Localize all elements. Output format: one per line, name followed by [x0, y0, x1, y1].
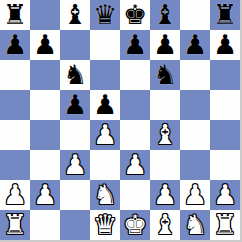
square-c1[interactable]: [60, 210, 90, 240]
white-knight[interactable]: ♞: [183, 211, 207, 238]
square-a3[interactable]: [0, 150, 30, 180]
square-e7[interactable]: ♟: [120, 30, 150, 60]
square-g6[interactable]: [180, 60, 210, 90]
black-pawn[interactable]: ♟: [153, 31, 177, 58]
square-c2[interactable]: [60, 180, 90, 210]
square-b7[interactable]: ♟: [30, 30, 60, 60]
chess-board: ♜♝♛♚♝♜♟♟♟♟♟♟♞♞♟♟♟♝♟♟♟♟♞♟♟♟♜♛♚♝♞♜: [0, 0, 240, 240]
black-pawn[interactable]: ♟: [33, 31, 57, 58]
square-d8[interactable]: ♛: [90, 0, 120, 30]
square-f3[interactable]: [150, 150, 180, 180]
white-bishop[interactable]: ♝: [153, 211, 177, 238]
square-g7[interactable]: ♟: [180, 30, 210, 60]
square-h8[interactable]: ♜: [210, 0, 240, 30]
black-pawn[interactable]: ♟: [93, 91, 117, 118]
chess-board-frame: ♜♝♛♚♝♜♟♟♟♟♟♟♞♞♟♟♟♝♟♟♟♟♞♟♟♟♜♛♚♝♞♜: [0, 0, 242, 242]
square-h6[interactable]: [210, 60, 240, 90]
black-queen[interactable]: ♛: [93, 1, 117, 28]
square-e1[interactable]: ♚: [120, 210, 150, 240]
square-c7[interactable]: [60, 30, 90, 60]
square-a1[interactable]: ♜: [0, 210, 30, 240]
square-d5[interactable]: ♟: [90, 90, 120, 120]
black-pawn[interactable]: ♟: [123, 31, 147, 58]
square-d1[interactable]: ♛: [90, 210, 120, 240]
white-bishop[interactable]: ♝: [153, 121, 177, 148]
square-g3[interactable]: [180, 150, 210, 180]
square-b8[interactable]: [30, 0, 60, 30]
square-g5[interactable]: [180, 90, 210, 120]
square-b5[interactable]: [30, 90, 60, 120]
square-h3[interactable]: [210, 150, 240, 180]
square-f2[interactable]: ♟: [150, 180, 180, 210]
black-pawn[interactable]: ♟: [3, 31, 27, 58]
square-c6[interactable]: ♞: [60, 60, 90, 90]
square-e4[interactable]: [120, 120, 150, 150]
black-knight[interactable]: ♞: [63, 61, 87, 88]
square-f7[interactable]: ♟: [150, 30, 180, 60]
square-c8[interactable]: ♝: [60, 0, 90, 30]
square-f5[interactable]: [150, 90, 180, 120]
white-queen[interactable]: ♛: [93, 211, 117, 238]
square-a8[interactable]: ♜: [0, 0, 30, 30]
black-pawn[interactable]: ♟: [183, 31, 207, 58]
square-e8[interactable]: ♚: [120, 0, 150, 30]
black-pawn[interactable]: ♟: [213, 31, 237, 58]
white-pawn[interactable]: ♟: [213, 181, 237, 208]
white-pawn[interactable]: ♟: [153, 181, 177, 208]
square-a5[interactable]: [0, 90, 30, 120]
square-h1[interactable]: ♜: [210, 210, 240, 240]
square-d3[interactable]: [90, 150, 120, 180]
white-knight[interactable]: ♞: [93, 181, 117, 208]
black-king[interactable]: ♚: [123, 1, 147, 28]
square-c4[interactable]: [60, 120, 90, 150]
square-f1[interactable]: ♝: [150, 210, 180, 240]
white-pawn[interactable]: ♟: [63, 151, 87, 178]
square-a6[interactable]: [0, 60, 30, 90]
square-h7[interactable]: ♟: [210, 30, 240, 60]
white-pawn[interactable]: ♟: [183, 181, 207, 208]
square-b4[interactable]: [30, 120, 60, 150]
square-f6[interactable]: ♞: [150, 60, 180, 90]
black-pawn[interactable]: ♟: [63, 91, 87, 118]
white-king[interactable]: ♚: [123, 211, 147, 238]
black-bishop[interactable]: ♝: [63, 1, 87, 28]
black-bishop[interactable]: ♝: [153, 1, 177, 28]
square-g1[interactable]: ♞: [180, 210, 210, 240]
square-b6[interactable]: [30, 60, 60, 90]
square-f4[interactable]: ♝: [150, 120, 180, 150]
white-pawn[interactable]: ♟: [3, 181, 27, 208]
white-pawn[interactable]: ♟: [33, 181, 57, 208]
square-g8[interactable]: [180, 0, 210, 30]
square-h2[interactable]: ♟: [210, 180, 240, 210]
square-a7[interactable]: ♟: [0, 30, 30, 60]
square-c5[interactable]: ♟: [60, 90, 90, 120]
square-c3[interactable]: ♟: [60, 150, 90, 180]
square-d4[interactable]: ♟: [90, 120, 120, 150]
square-a2[interactable]: ♟: [0, 180, 30, 210]
square-e3[interactable]: ♟: [120, 150, 150, 180]
square-h4[interactable]: [210, 120, 240, 150]
square-b1[interactable]: [30, 210, 60, 240]
square-d7[interactable]: [90, 30, 120, 60]
white-rook[interactable]: ♜: [3, 211, 27, 238]
white-pawn[interactable]: ♟: [123, 151, 147, 178]
black-rook[interactable]: ♜: [213, 1, 237, 28]
square-g2[interactable]: ♟: [180, 180, 210, 210]
square-d2[interactable]: ♞: [90, 180, 120, 210]
square-b3[interactable]: [30, 150, 60, 180]
square-g4[interactable]: [180, 120, 210, 150]
square-e2[interactable]: [120, 180, 150, 210]
white-rook[interactable]: ♜: [213, 211, 237, 238]
black-rook[interactable]: ♜: [3, 1, 27, 28]
square-d6[interactable]: [90, 60, 120, 90]
black-knight[interactable]: ♞: [153, 61, 177, 88]
square-e6[interactable]: [120, 60, 150, 90]
square-e5[interactable]: [120, 90, 150, 120]
square-h5[interactable]: [210, 90, 240, 120]
square-a4[interactable]: [0, 120, 30, 150]
square-f8[interactable]: ♝: [150, 0, 180, 30]
white-pawn[interactable]: ♟: [93, 121, 117, 148]
square-b2[interactable]: ♟: [30, 180, 60, 210]
